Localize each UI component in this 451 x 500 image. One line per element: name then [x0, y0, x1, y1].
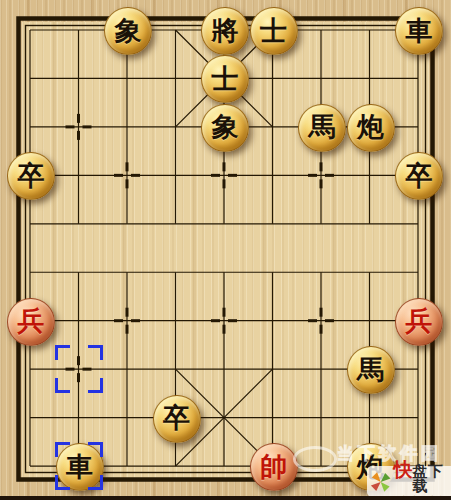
bottom-edge-strip: [0, 496, 451, 500]
piece-character: 車: [406, 17, 433, 44]
black-horse[interactable]: 馬: [347, 346, 395, 394]
logo-accent-char: 快: [393, 460, 412, 479]
bracket-corner: [55, 378, 70, 393]
piece-character: 象: [212, 113, 239, 140]
bracket-corner: [88, 345, 103, 360]
bracket-corner: [88, 475, 103, 490]
red-soldier[interactable]: 兵: [7, 298, 55, 346]
black-soldier[interactable]: 卒: [7, 152, 55, 200]
piece-character: 兵: [18, 307, 45, 334]
watermark-circle-logo: [293, 446, 337, 472]
pinwheel-icon: [370, 471, 391, 493]
piece-character: 炮: [357, 113, 384, 140]
piece-character: 卒: [18, 162, 45, 189]
black-general[interactable]: 將: [201, 7, 249, 55]
black-soldier[interactable]: 卒: [153, 395, 201, 443]
logo-main-text: 盘下载: [412, 464, 451, 494]
red-soldier[interactable]: 兵: [395, 298, 443, 346]
black-cannon[interactable]: 炮: [347, 104, 395, 152]
piece-character: 馬: [357, 356, 384, 383]
download-site-logo: 快 盘下载 绿色·安全·高速: [367, 466, 451, 497]
black-elephant[interactable]: 象: [201, 104, 249, 152]
piece-character: 象: [115, 17, 142, 44]
piece-character: 士: [260, 17, 287, 44]
red-general[interactable]: 帥: [250, 443, 298, 491]
piece-character: 士: [212, 65, 239, 92]
last-move-marker: [55, 442, 103, 490]
bracket-corner: [88, 442, 103, 457]
black-elephant[interactable]: 象: [104, 7, 152, 55]
piece-character: 兵: [406, 307, 433, 334]
bracket-corner: [55, 442, 70, 457]
last-move-marker: [55, 345, 103, 393]
black-soldier[interactable]: 卒: [395, 152, 443, 200]
black-advisor[interactable]: 士: [250, 7, 298, 55]
piece-character: 將: [212, 17, 239, 44]
bracket-corner: [55, 475, 70, 490]
piece-character: 帥: [260, 453, 287, 480]
black-horse[interactable]: 馬: [298, 104, 346, 152]
bracket-corner: [88, 378, 103, 393]
bracket-corner: [55, 345, 70, 360]
piece-character: 卒: [163, 404, 190, 431]
xiangqi-game-screen: 象將士車士象馬炮卒卒兵兵馬卒車帥炮 当下软件园 快 盘下载 绿色·安全·高速: [0, 0, 451, 500]
piece-character: 卒: [406, 162, 433, 189]
piece-character: 馬: [309, 113, 336, 140]
black-chariot[interactable]: 車: [395, 7, 443, 55]
